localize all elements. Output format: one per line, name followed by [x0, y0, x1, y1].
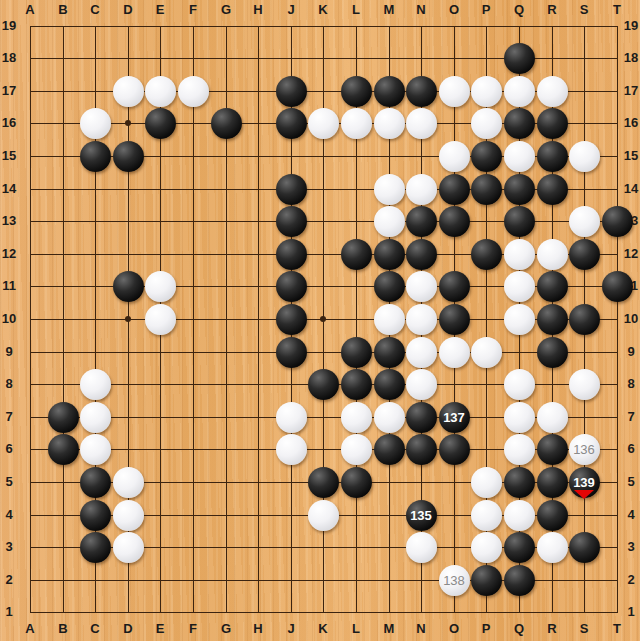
- stone-white[interactable]: [178, 76, 209, 107]
- stone-move-number: 137: [439, 402, 470, 433]
- stone-black[interactable]: [504, 565, 535, 596]
- star-point: [125, 316, 131, 322]
- col-label-top: A: [19, 2, 41, 18]
- stone-black[interactable]: [276, 304, 307, 335]
- row-label-right: 18: [620, 50, 640, 66]
- stone-white[interactable]: [145, 76, 176, 107]
- col-label-top: H: [247, 2, 269, 18]
- col-label-top: J: [280, 2, 302, 18]
- stone-white[interactable]: [439, 141, 470, 172]
- col-label-bottom: G: [215, 621, 237, 637]
- stone-black[interactable]: [374, 369, 405, 400]
- row-label-left: 8: [0, 376, 20, 392]
- stone-black[interactable]: [308, 369, 339, 400]
- grid-line-vertical: [617, 26, 618, 613]
- stone-black[interactable]: 137: [439, 402, 470, 433]
- stone-black[interactable]: [48, 434, 79, 465]
- stone-white[interactable]: [439, 337, 470, 368]
- col-label-bottom: S: [573, 621, 595, 637]
- stone-white[interactable]: [537, 532, 568, 563]
- row-label-left: 15: [0, 148, 20, 164]
- stone-black[interactable]: [374, 337, 405, 368]
- stone-white[interactable]: [145, 304, 176, 335]
- stone-white[interactable]: [537, 76, 568, 107]
- stone-black[interactable]: [374, 271, 405, 302]
- stone-black[interactable]: [569, 532, 600, 563]
- stone-white[interactable]: [471, 467, 502, 498]
- stone-black[interactable]: [602, 271, 633, 302]
- stone-black[interactable]: [504, 174, 535, 205]
- row-label-right: 6: [620, 441, 640, 457]
- col-label-top: Q: [508, 2, 530, 18]
- stone-white[interactable]: [276, 434, 307, 465]
- row-label-right: 5: [620, 474, 640, 490]
- col-label-bottom: J: [280, 621, 302, 637]
- stone-move-number: 135: [406, 500, 437, 531]
- stone-black[interactable]: [537, 304, 568, 335]
- stone-black[interactable]: [80, 500, 111, 531]
- stone-white[interactable]: [504, 271, 535, 302]
- stone-white[interactable]: [504, 304, 535, 335]
- stone-black[interactable]: [406, 239, 437, 270]
- row-label-left: 4: [0, 507, 20, 523]
- stone-white[interactable]: [569, 141, 600, 172]
- grid-line-horizontal: [30, 352, 618, 353]
- stone-white[interactable]: [406, 304, 437, 335]
- stone-black[interactable]: [276, 76, 307, 107]
- stone-black[interactable]: [406, 206, 437, 237]
- stone-white[interactable]: [569, 206, 600, 237]
- stone-black[interactable]: [439, 206, 470, 237]
- stone-white[interactable]: [504, 402, 535, 433]
- col-label-top: L: [345, 2, 367, 18]
- row-label-right: 16: [620, 115, 640, 131]
- stone-white[interactable]: [504, 76, 535, 107]
- row-label-left: 12: [0, 246, 20, 262]
- stone-black[interactable]: [537, 434, 568, 465]
- stone-black[interactable]: [471, 174, 502, 205]
- stone-white[interactable]: [113, 532, 144, 563]
- stone-black[interactable]: [341, 369, 372, 400]
- stone-black[interactable]: [374, 434, 405, 465]
- row-label-right: 4: [620, 507, 640, 523]
- stone-black[interactable]: [80, 467, 111, 498]
- row-label-left: 11: [0, 278, 20, 294]
- stone-white[interactable]: [439, 76, 470, 107]
- col-label-bottom: D: [117, 621, 139, 637]
- col-label-top: P: [475, 2, 497, 18]
- stone-black[interactable]: [113, 271, 144, 302]
- row-label-left: 19: [0, 18, 20, 34]
- col-label-top: D: [117, 2, 139, 18]
- row-label-left: 17: [0, 83, 20, 99]
- col-label-top: K: [312, 2, 334, 18]
- col-label-bottom: K: [312, 621, 334, 637]
- col-label-bottom: P: [475, 621, 497, 637]
- row-label-right: 19: [620, 18, 640, 34]
- col-label-bottom: A: [19, 621, 41, 637]
- stone-white[interactable]: [537, 239, 568, 270]
- stone-black[interactable]: [537, 467, 568, 498]
- stone-black[interactable]: [341, 76, 372, 107]
- stone-white[interactable]: 136: [569, 434, 600, 465]
- stone-black[interactable]: [537, 141, 568, 172]
- row-label-right: 10: [620, 311, 640, 327]
- stone-black[interactable]: [80, 141, 111, 172]
- col-label-bottom: H: [247, 621, 269, 637]
- stone-black[interactable]: [504, 108, 535, 139]
- stone-white[interactable]: [471, 500, 502, 531]
- col-label-bottom: O: [443, 621, 465, 637]
- stone-white[interactable]: [504, 369, 535, 400]
- col-label-top: S: [573, 2, 595, 18]
- col-label-top: R: [541, 2, 563, 18]
- star-point: [320, 316, 326, 322]
- stone-white[interactable]: [80, 108, 111, 139]
- row-label-left: 5: [0, 474, 20, 490]
- row-label-right: 3: [620, 539, 640, 555]
- row-label-right: 12: [620, 246, 640, 262]
- stone-white[interactable]: [537, 402, 568, 433]
- row-label-right: 17: [620, 83, 640, 99]
- stone-black[interactable]: [374, 239, 405, 270]
- stone-white[interactable]: [113, 500, 144, 531]
- stone-black[interactable]: [406, 76, 437, 107]
- col-label-bottom: R: [541, 621, 563, 637]
- stone-white[interactable]: [504, 239, 535, 270]
- stone-black[interactable]: [569, 304, 600, 335]
- stone-white[interactable]: [471, 532, 502, 563]
- stone-black[interactable]: [537, 174, 568, 205]
- row-label-right: 1: [620, 604, 640, 620]
- stone-black[interactable]: [569, 239, 600, 270]
- stone-white[interactable]: [341, 402, 372, 433]
- stone-black[interactable]: [406, 402, 437, 433]
- col-label-bottom: E: [149, 621, 171, 637]
- stone-black[interactable]: [145, 108, 176, 139]
- stone-white[interactable]: [504, 141, 535, 172]
- col-label-top: C: [84, 2, 106, 18]
- stone-white[interactable]: [406, 174, 437, 205]
- row-label-right: 2: [620, 572, 640, 588]
- stone-white[interactable]: [374, 108, 405, 139]
- stone-black[interactable]: [602, 206, 633, 237]
- col-label-top: F: [182, 2, 204, 18]
- stone-white[interactable]: [374, 206, 405, 237]
- stone-white[interactable]: [374, 402, 405, 433]
- stone-white[interactable]: [308, 500, 339, 531]
- stone-black[interactable]: [439, 174, 470, 205]
- stone-black[interactable]: [439, 304, 470, 335]
- stone-black[interactable]: [537, 108, 568, 139]
- stone-move-number: 136: [569, 434, 600, 465]
- stone-white[interactable]: [504, 500, 535, 531]
- stone-white[interactable]: [341, 108, 372, 139]
- stone-black[interactable]: [504, 532, 535, 563]
- go-board[interactable]: AABBCCDDEEFFGGHHJJKKLLMMNNOOPPQQRRSSTT19…: [0, 0, 640, 641]
- row-label-left: 3: [0, 539, 20, 555]
- stone-white[interactable]: [341, 434, 372, 465]
- stone-white[interactable]: [80, 434, 111, 465]
- stone-black[interactable]: [439, 271, 470, 302]
- col-label-bottom: L: [345, 621, 367, 637]
- stone-white[interactable]: 138: [439, 565, 470, 596]
- row-label-left: 18: [0, 50, 20, 66]
- stone-black[interactable]: [276, 337, 307, 368]
- row-label-right: 8: [620, 376, 640, 392]
- col-label-top: M: [378, 2, 400, 18]
- stone-black[interactable]: [471, 141, 502, 172]
- stone-black[interactable]: [80, 532, 111, 563]
- stone-black[interactable]: [308, 467, 339, 498]
- stone-white[interactable]: [80, 369, 111, 400]
- stone-black[interactable]: [537, 337, 568, 368]
- col-label-top: E: [149, 2, 171, 18]
- stone-white[interactable]: [471, 108, 502, 139]
- stone-white[interactable]: [569, 369, 600, 400]
- stone-white[interactable]: [374, 174, 405, 205]
- stone-white[interactable]: [276, 402, 307, 433]
- row-label-left: 16: [0, 115, 20, 131]
- row-label-left: 14: [0, 181, 20, 197]
- grid-line-horizontal: [30, 612, 618, 613]
- row-label-right: 7: [620, 409, 640, 425]
- stone-black[interactable]: [276, 206, 307, 237]
- row-label-right: 15: [620, 148, 640, 164]
- row-label-left: 9: [0, 344, 20, 360]
- col-label-bottom: N: [410, 621, 432, 637]
- col-label-bottom: M: [378, 621, 400, 637]
- stone-black[interactable]: [211, 108, 242, 139]
- stone-black[interactable]: 135: [406, 500, 437, 531]
- stone-white[interactable]: [113, 467, 144, 498]
- stone-white[interactable]: [406, 532, 437, 563]
- col-label-bottom: C: [84, 621, 106, 637]
- stone-black[interactable]: [276, 108, 307, 139]
- stone-white[interactable]: [471, 337, 502, 368]
- stone-black[interactable]: [113, 141, 144, 172]
- star-point: [125, 120, 131, 126]
- col-label-bottom: Q: [508, 621, 530, 637]
- stone-black[interactable]: [276, 271, 307, 302]
- stone-white[interactable]: [471, 76, 502, 107]
- grid-line-horizontal: [30, 26, 618, 27]
- stone-white[interactable]: [145, 271, 176, 302]
- stone-black[interactable]: [504, 467, 535, 498]
- stone-black[interactable]: [341, 239, 372, 270]
- stone-black[interactable]: [471, 239, 502, 270]
- stone-white[interactable]: [113, 76, 144, 107]
- row-label-left: 13: [0, 213, 20, 229]
- col-label-bottom: F: [182, 621, 204, 637]
- col-label-top: G: [215, 2, 237, 18]
- col-label-top: B: [52, 2, 74, 18]
- stone-white[interactable]: [308, 108, 339, 139]
- stone-black[interactable]: [504, 43, 535, 74]
- row-label-right: 14: [620, 181, 640, 197]
- row-label-left: 7: [0, 409, 20, 425]
- stone-move-number: 139: [569, 467, 600, 498]
- col-label-top: N: [410, 2, 432, 18]
- stone-white[interactable]: [374, 304, 405, 335]
- col-label-bottom: B: [52, 621, 74, 637]
- stone-black[interactable]: [341, 467, 372, 498]
- col-label-bottom: T: [606, 621, 628, 637]
- stone-white[interactable]: [504, 434, 535, 465]
- row-label-right: 9: [620, 344, 640, 360]
- stone-black[interactable]: [439, 434, 470, 465]
- stone-black[interactable]: [537, 271, 568, 302]
- stone-black[interactable]: [276, 174, 307, 205]
- row-label-left: 1: [0, 604, 20, 620]
- stone-black[interactable]: [374, 76, 405, 107]
- stone-black[interactable]: 139: [569, 467, 600, 498]
- col-label-top: T: [606, 2, 628, 18]
- row-label-left: 6: [0, 441, 20, 457]
- col-label-top: O: [443, 2, 465, 18]
- stone-black[interactable]: [276, 239, 307, 270]
- row-label-left: 2: [0, 572, 20, 588]
- stone-white[interactable]: [406, 369, 437, 400]
- stone-move-number: 138: [439, 565, 470, 596]
- stone-black[interactable]: [341, 337, 372, 368]
- row-label-left: 10: [0, 311, 20, 327]
- stone-white[interactable]: [406, 271, 437, 302]
- stone-black[interactable]: [471, 565, 502, 596]
- stone-black[interactable]: [48, 402, 79, 433]
- stone-black[interactable]: [504, 206, 535, 237]
- stone-white[interactable]: [80, 402, 111, 433]
- stone-black[interactable]: [406, 434, 437, 465]
- stone-black[interactable]: [537, 500, 568, 531]
- stone-white[interactable]: [406, 108, 437, 139]
- stone-white[interactable]: [406, 337, 437, 368]
